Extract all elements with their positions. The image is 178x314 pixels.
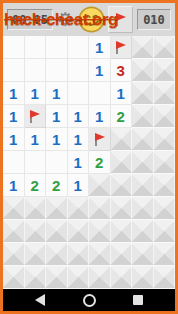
cell-r8c6[interactable] [111,197,133,220]
mine-count-number: 1 [9,178,17,193]
cell-r11c1[interactable] [3,266,25,289]
cell-r6c6[interactable] [111,151,133,174]
cell-r9c4[interactable] [68,220,90,243]
cell-r9c6[interactable] [111,220,133,243]
mine-counter-value: 010 [143,13,165,27]
cell-r5c1[interactable]: 1 [3,128,25,151]
mine-count-number: 1 [52,109,60,124]
cell-r1c2[interactable] [25,36,47,59]
cell-r1c5[interactable]: 1 [89,36,111,59]
cell-r5c3[interactable]: 1 [46,128,68,151]
cell-r11c2[interactable] [25,266,47,289]
cell-r8c1[interactable] [3,197,25,220]
cell-r10c7[interactable] [132,243,154,266]
home-icon[interactable] [83,294,96,307]
cell-r4c6[interactable]: 2 [111,105,133,128]
cell-r11c7[interactable] [132,266,154,289]
cell-r1c7[interactable] [132,36,154,59]
cell-r2c6[interactable]: 3 [111,59,133,82]
cell-r1c1[interactable] [3,36,25,59]
cell-r3c4[interactable] [68,82,90,105]
cell-r7c1[interactable]: 1 [3,174,25,197]
cell-r5c8[interactable] [154,128,176,151]
mine-count-number: 2 [117,109,125,124]
timer-display: 88:88 00:05 [7,9,53,30]
cell-r10c8[interactable] [154,243,176,266]
cell-r7c7[interactable] [132,174,154,197]
cell-r10c2[interactable] [25,243,47,266]
cell-r9c1[interactable] [3,220,25,243]
cell-r11c4[interactable] [68,266,90,289]
back-icon[interactable] [35,294,45,306]
mine-count-number: 2 [52,178,60,193]
flag-mode-button[interactable] [108,6,133,33]
settings-gear-icon[interactable]: ⚙ [57,10,74,29]
mine-count-number: 1 [9,86,17,101]
cell-r7c4[interactable]: 1 [68,174,90,197]
cell-r8c7[interactable] [132,197,154,220]
mine-count-number: 1 [74,155,82,170]
cell-r6c8[interactable] [154,151,176,174]
cell-r6c3[interactable] [46,151,68,174]
mine-count-number: 1 [95,40,103,55]
cell-r1c4[interactable] [68,36,90,59]
minesweeper-app-screen: 88:88 00:05 ⚙ 888 010 hack-cheat.org 113… [0,0,178,314]
cell-r9c2[interactable] [25,220,47,243]
mine-count-number: 1 [95,109,103,124]
cell-r7c6[interactable] [111,174,133,197]
minesweeper-board: 1131111111121111121221 [3,36,175,289]
cell-r6c2[interactable] [25,151,47,174]
cell-r3c5[interactable] [89,82,111,105]
cell-r2c7[interactable] [132,59,154,82]
cell-r5c6[interactable] [111,128,133,151]
cell-r10c5[interactable] [89,243,111,266]
cell-r4c7[interactable] [132,105,154,128]
mine-count-number: 2 [31,178,39,193]
cell-r2c3[interactable] [46,59,68,82]
cell-r6c5[interactable]: 2 [89,151,111,174]
mine-count-number: 1 [74,178,82,193]
cell-r9c8[interactable] [154,220,176,243]
recents-icon[interactable] [133,295,143,305]
cell-r7c3[interactable]: 2 [46,174,68,197]
mine-count-number: 1 [95,63,103,78]
cell-r2c4[interactable] [68,59,90,82]
cell-r4c4[interactable]: 1 [68,105,90,128]
cell-r2c8[interactable] [154,59,176,82]
cell-r2c5[interactable]: 1 [89,59,111,82]
timer-value: 00:05 [12,13,48,27]
cell-r10c1[interactable] [3,243,25,266]
mine-count-number: 1 [52,132,60,147]
cell-r11c3[interactable] [46,266,68,289]
cell-r9c3[interactable] [46,220,68,243]
cell-r3c3[interactable]: 1 [46,82,68,105]
cell-r11c5[interactable] [89,266,111,289]
cell-r4c2[interactable] [25,105,47,128]
toolbar: 88:88 00:05 ⚙ 888 010 [3,3,175,36]
mine-count-number: 3 [117,63,125,78]
cell-r10c3[interactable] [46,243,68,266]
cell-r7c8[interactable] [154,174,176,197]
cell-r7c2[interactable]: 2 [25,174,47,197]
cell-r4c5[interactable]: 1 [89,105,111,128]
flag-icon [93,133,106,146]
cell-r3c2[interactable]: 1 [25,82,47,105]
mine-count-number: 2 [95,155,103,170]
cell-r4c1[interactable]: 1 [3,105,25,128]
cell-r1c6[interactable] [111,36,133,59]
cell-r7c5[interactable] [89,174,111,197]
flag-icon [28,110,41,123]
cell-r8c8[interactable] [154,197,176,220]
cell-r9c7[interactable] [132,220,154,243]
mine-count-number: 1 [74,109,82,124]
cell-r5c5[interactable] [89,128,111,151]
cell-r5c7[interactable] [132,128,154,151]
cell-r1c8[interactable] [154,36,176,59]
cell-r2c2[interactable] [25,59,47,82]
mine-count-number: 1 [52,86,60,101]
cell-r11c8[interactable] [154,266,176,289]
mine-count-number: 1 [117,86,125,101]
cell-r4c3[interactable]: 1 [46,105,68,128]
cell-r8c2[interactable] [25,197,47,220]
cell-r6c4[interactable]: 1 [68,151,90,174]
smiley-face-button[interactable] [78,6,105,33]
cell-r3c8[interactable] [154,82,176,105]
mine-count-number: 1 [9,132,17,147]
cell-r1c3[interactable] [46,36,68,59]
cell-r3c1[interactable]: 1 [3,82,25,105]
mine-count-number: 1 [9,109,17,124]
cell-r9c5[interactable] [89,220,111,243]
cell-r3c7[interactable] [132,82,154,105]
cell-r3c6[interactable]: 1 [111,82,133,105]
mine-counter-display: 888 010 [137,9,171,30]
cell-r4c8[interactable] [154,105,176,128]
android-navigation-bar [3,289,175,311]
mine-count-number: 1 [31,86,39,101]
cell-r8c5[interactable] [89,197,111,220]
cell-r8c3[interactable] [46,197,68,220]
cell-r6c1[interactable] [3,151,25,174]
cell-r5c2[interactable]: 1 [25,128,47,151]
mine-count-number: 1 [74,132,82,147]
cell-r10c4[interactable] [68,243,90,266]
cell-r11c6[interactable] [111,266,133,289]
flag-icon [114,13,127,26]
cell-r8c4[interactable] [68,197,90,220]
flag-icon [114,41,127,54]
cell-r6c7[interactable] [132,151,154,174]
mine-count-number: 1 [31,132,39,147]
cell-r2c1[interactable] [3,59,25,82]
cell-r5c4[interactable]: 1 [68,128,90,151]
cell-r10c6[interactable] [111,243,133,266]
